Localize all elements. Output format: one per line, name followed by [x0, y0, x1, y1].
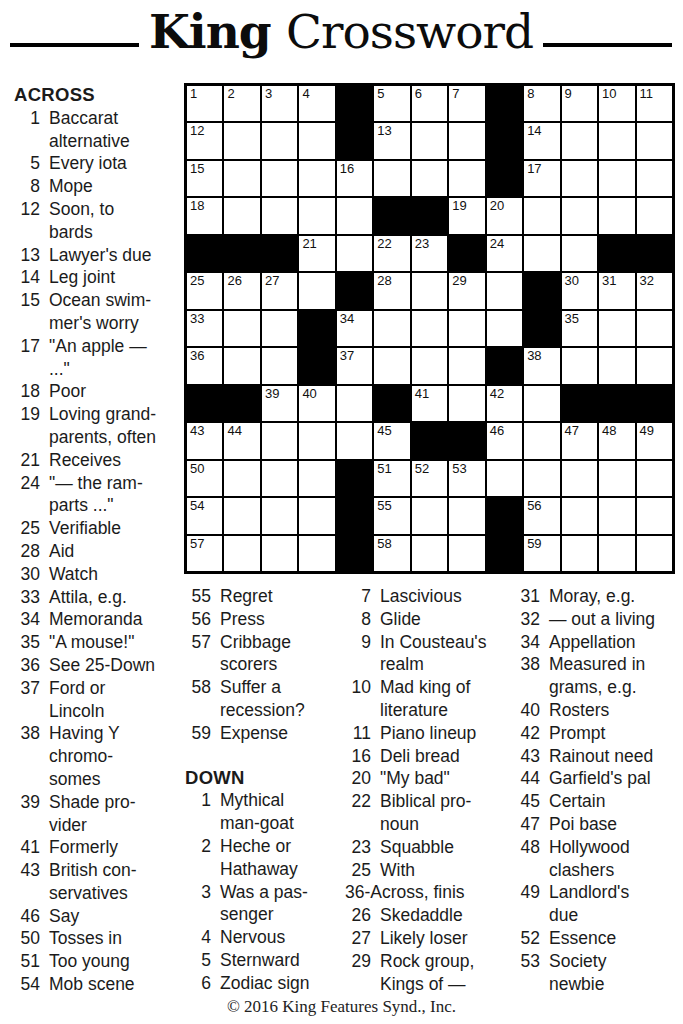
grid-cell[interactable]: [299, 161, 334, 196]
clue-text: "An apple — ...": [49, 335, 147, 381]
grid-cell[interactable]: [637, 311, 672, 346]
clue: 35"A mouse!": [14, 631, 184, 654]
clue-number: 44: [514, 767, 549, 790]
grid-cell[interactable]: [224, 536, 259, 571]
grid-cell[interactable]: [262, 498, 297, 533]
cell-number: 29: [452, 274, 466, 288]
grid-cell-black: [487, 498, 522, 533]
grid-cell[interactable]: [374, 161, 409, 196]
grid-cell[interactable]: [599, 536, 634, 571]
grid-cell[interactable]: 34: [337, 311, 372, 346]
grid-cell[interactable]: 15: [187, 161, 222, 196]
clue: 31Moray, e.g.: [514, 585, 683, 608]
grid-cell[interactable]: 1: [187, 86, 222, 121]
grid-cell[interactable]: 58: [374, 536, 409, 571]
cell-number: 35: [565, 312, 579, 326]
across-clue-list-continued: 55Regret56Press57Cribbage scorers58Suffe…: [185, 585, 343, 745]
clue-text: Poor: [49, 380, 86, 403]
grid-cell[interactable]: [562, 236, 597, 271]
grid-cell[interactable]: [562, 348, 597, 383]
cell-number: 53: [452, 462, 466, 476]
cell-number: 20: [490, 199, 504, 213]
clue-number: 25: [14, 517, 49, 540]
grid-cell-black: [637, 236, 672, 271]
cell-number: 40: [302, 387, 316, 401]
clue-text: Tosses in: [49, 927, 122, 950]
grid-cell[interactable]: [412, 123, 447, 158]
clue-text: Moray, e.g.: [549, 585, 635, 608]
grid-cell[interactable]: 43: [187, 423, 222, 458]
grid-cell[interactable]: [449, 498, 484, 533]
grid-cell[interactable]: [599, 498, 634, 533]
grid-cell-black: [599, 386, 634, 421]
clue-number: 1: [14, 107, 49, 130]
grid-cell[interactable]: 13: [374, 123, 409, 158]
grid-cell[interactable]: 52: [412, 461, 447, 496]
grid-cell[interactable]: 9: [562, 86, 597, 121]
grid-cell[interactable]: [337, 423, 372, 458]
cell-number: 46: [490, 424, 504, 438]
grid-cell[interactable]: 38: [524, 348, 559, 383]
grid-cell[interactable]: 46: [487, 423, 522, 458]
clue-number: 52: [514, 927, 549, 950]
grid-cell-black: [337, 461, 372, 496]
grid-cell[interactable]: 11: [637, 86, 672, 121]
grid-cell[interactable]: [412, 348, 447, 383]
clue-number: 11: [345, 722, 380, 745]
grid-cell[interactable]: 57: [187, 536, 222, 571]
clue-text: Say: [49, 905, 79, 928]
grid-cell[interactable]: [449, 161, 484, 196]
grid-cell[interactable]: 27: [262, 273, 297, 308]
clue: 54Mob scene: [14, 973, 184, 996]
grid-cell[interactable]: 7: [449, 86, 484, 121]
clue: 50Tosses in: [14, 927, 184, 950]
clue: 36See 25-Down: [14, 654, 184, 677]
grid-cell[interactable]: [599, 311, 634, 346]
clue-number: 5: [14, 152, 49, 175]
grid-cell[interactable]: 16: [337, 161, 372, 196]
cell-number: 37: [340, 349, 354, 363]
clue-text: Cribbage scorers: [220, 631, 291, 677]
grid-cell[interactable]: [562, 123, 597, 158]
clue-text: Mope: [49, 175, 93, 198]
clue-number: 5: [185, 949, 220, 972]
grid-cell[interactable]: [262, 198, 297, 233]
grid-cell[interactable]: [524, 198, 559, 233]
grid-cell[interactable]: [262, 348, 297, 383]
clue: 34Memoranda: [14, 608, 184, 631]
grid-cell[interactable]: 53: [449, 461, 484, 496]
grid-cell[interactable]: [637, 498, 672, 533]
cell-number: 27: [265, 274, 279, 288]
clue-number: 42: [514, 722, 549, 745]
grid-cell[interactable]: 21: [299, 236, 334, 271]
grid-cell[interactable]: 47: [562, 423, 597, 458]
clue-number: 38: [14, 722, 49, 745]
cell-number: 45: [377, 424, 391, 438]
clue-number: 16: [345, 745, 380, 768]
clue-text: In Cousteau's realm: [380, 631, 486, 677]
grid-cell[interactable]: 12: [187, 123, 222, 158]
grid-cell[interactable]: [374, 311, 409, 346]
masthead-rule-right: [543, 43, 672, 47]
grid-cell[interactable]: [524, 386, 559, 421]
grid-cell[interactable]: [637, 198, 672, 233]
grid-cell[interactable]: [374, 348, 409, 383]
cell-number: 12: [190, 124, 204, 138]
clue-text: Attila, e.g.: [49, 586, 127, 609]
clue-number: 8: [14, 175, 49, 198]
grid-cell[interactable]: [299, 198, 334, 233]
grid-cell-black: [524, 311, 559, 346]
grid-cell[interactable]: 30: [562, 273, 597, 308]
grid-cell[interactable]: [299, 536, 334, 571]
clue-text: Measured in grams, e.g.: [549, 653, 645, 699]
cell-number: 48: [602, 424, 616, 438]
grid-cell[interactable]: [599, 123, 634, 158]
cell-number: 23: [415, 237, 429, 251]
grid-cell[interactable]: 25: [187, 273, 222, 308]
clue-text: Shade pro- vider: [49, 791, 136, 837]
clue-number: 36: [14, 654, 49, 677]
grid-cell-black: [449, 423, 484, 458]
clue: 55Regret: [185, 585, 343, 608]
grid-cell-black: [187, 236, 222, 271]
clue: 33Attila, e.g.: [14, 586, 184, 609]
grid-cell[interactable]: 49: [637, 423, 672, 458]
grid-cell[interactable]: [487, 273, 522, 308]
grid-cell[interactable]: [562, 536, 597, 571]
grid-cell[interactable]: 23: [412, 236, 447, 271]
grid-cell[interactable]: [562, 461, 597, 496]
clue: 17"An apple — ...": [14, 335, 184, 381]
clue-number: 8: [345, 608, 380, 631]
clue: 22Biblical pro- noun: [345, 790, 513, 836]
clue-continuation: 36-Across, finis: [345, 881, 513, 904]
cell-number: 31: [602, 274, 616, 288]
grid-cell[interactable]: 2: [224, 86, 259, 121]
clue-number: 30: [14, 563, 49, 586]
clue: 24"— the ram- parts ...": [14, 472, 184, 518]
clue: 8Mope: [14, 175, 184, 198]
cell-number: 34: [340, 312, 354, 326]
grid-cell[interactable]: [449, 311, 484, 346]
grid-cell[interactable]: 14: [524, 123, 559, 158]
cell-number: 6: [415, 87, 422, 101]
clue-number: 13: [14, 244, 49, 267]
grid-cell[interactable]: [524, 461, 559, 496]
cell-number: 13: [377, 124, 391, 138]
grid-cell[interactable]: [449, 123, 484, 158]
grid-cell[interactable]: [299, 123, 334, 158]
grid-cell[interactable]: 20: [487, 198, 522, 233]
grid-cell[interactable]: 19: [449, 198, 484, 233]
grid-cell[interactable]: 26: [224, 273, 259, 308]
grid-cell[interactable]: 3: [262, 86, 297, 121]
grid-cell[interactable]: [637, 461, 672, 496]
grid-cell-black: [374, 386, 409, 421]
grid-cell[interactable]: [337, 386, 372, 421]
cell-number: 47: [565, 424, 579, 438]
grid-cell[interactable]: 40: [299, 386, 334, 421]
clue: 19Loving grand- parents, often: [14, 403, 184, 449]
grid-cell[interactable]: 10: [599, 86, 634, 121]
clue: 47Poi base: [514, 813, 683, 836]
clue-number: 56: [185, 608, 220, 631]
clue-number: 34: [514, 631, 549, 654]
grid-cell-black: [337, 86, 372, 121]
grid-cell[interactable]: 54: [187, 498, 222, 533]
across-clue-list: 1Baccarat alternative5Every iota8Mope12S…: [14, 107, 184, 996]
grid-cell[interactable]: 5: [374, 86, 409, 121]
clue-text: Likely loser: [380, 927, 468, 950]
cell-number: 52: [415, 462, 429, 476]
clue-text: Rock group, Kings of —: [380, 950, 474, 996]
grid-cell[interactable]: [562, 498, 597, 533]
masthead: King Crossword: [10, 2, 672, 58]
clue: 49Landlord's due: [514, 881, 683, 927]
clue-number: 28: [14, 540, 49, 563]
grid-cell[interactable]: 44: [224, 423, 259, 458]
grid-cell[interactable]: 51: [374, 461, 409, 496]
clue-number: 35: [14, 631, 49, 654]
grid-cell[interactable]: [224, 461, 259, 496]
grid-cell[interactable]: [637, 348, 672, 383]
clue: 32— out a living: [514, 608, 683, 631]
grid-cell[interactable]: [224, 348, 259, 383]
grid-cell-black: [487, 536, 522, 571]
clue: 29Rock group, Kings of —: [345, 950, 513, 996]
grid-cell[interactable]: 18: [187, 198, 222, 233]
clue-text: Leg joint: [49, 266, 115, 289]
grid-cell[interactable]: 45: [374, 423, 409, 458]
grid-cell-black: [412, 198, 447, 233]
grid-cell[interactable]: 29: [449, 273, 484, 308]
grid-cell[interactable]: [262, 123, 297, 158]
clue-number: 43: [14, 859, 49, 882]
grid-cell[interactable]: [412, 161, 447, 196]
grid-cell[interactable]: [487, 311, 522, 346]
grid-cell[interactable]: [412, 273, 447, 308]
grid-cell[interactable]: [299, 273, 334, 308]
grid-cell[interactable]: [337, 236, 372, 271]
clue-text: Too young: [49, 950, 130, 973]
grid-cell[interactable]: [224, 161, 259, 196]
clue-text: Ocean swim- mer's worry: [49, 289, 151, 335]
grid-cell[interactable]: [562, 161, 597, 196]
clue: 8Glide: [345, 608, 513, 631]
grid-cell[interactable]: [637, 161, 672, 196]
clue: 30Watch: [14, 563, 184, 586]
grid-cell[interactable]: [412, 311, 447, 346]
grid-cell[interactable]: 36: [187, 348, 222, 383]
clue-number: 9: [345, 631, 380, 654]
clue-number: 20: [345, 767, 380, 790]
clue-text: Piano lineup: [380, 722, 476, 745]
grid-cell[interactable]: [449, 536, 484, 571]
clue: 27Likely loser: [345, 927, 513, 950]
grid-cell[interactable]: 55: [374, 498, 409, 533]
cell-number: 58: [377, 537, 391, 551]
grid-cell[interactable]: [262, 536, 297, 571]
clue: 48Hollywood clashers: [514, 836, 683, 882]
grid-cell-black: [637, 386, 672, 421]
clue-number: 10: [345, 676, 380, 699]
clue-text: Regret: [220, 585, 273, 608]
grid-cell[interactable]: 8: [524, 86, 559, 121]
clue: 2Heche or Hathaway: [185, 835, 343, 881]
clue: 56Press: [185, 608, 343, 631]
cell-number: 59: [527, 537, 541, 551]
clue-text: Prompt: [549, 722, 605, 745]
grid-cell[interactable]: [524, 236, 559, 271]
clue-number: 59: [185, 722, 220, 745]
clue: 20"My bad": [345, 767, 513, 790]
clue-text: Society newbie: [549, 950, 606, 996]
cell-number: 38: [527, 349, 541, 363]
grid-cell[interactable]: 33: [187, 311, 222, 346]
grid-cell[interactable]: [224, 198, 259, 233]
clue-text: Essence: [549, 927, 616, 950]
grid-cell[interactable]: [262, 311, 297, 346]
grid-cell[interactable]: [449, 386, 484, 421]
clue-text: Deli bread: [380, 745, 460, 768]
cell-number: 28: [377, 274, 391, 288]
grid-cell[interactable]: 31: [599, 273, 634, 308]
grid-cell[interactable]: [412, 498, 447, 533]
clue: 40Rosters: [514, 699, 683, 722]
grid-cell[interactable]: 28: [374, 273, 409, 308]
clue-number: 18: [14, 380, 49, 403]
clue-number: 1: [185, 789, 220, 812]
grid-cell[interactable]: [637, 123, 672, 158]
clue-number: 25: [345, 859, 380, 882]
clue-text: Watch: [49, 563, 98, 586]
grid-cell[interactable]: 39: [262, 386, 297, 421]
grid-cell[interactable]: 32: [637, 273, 672, 308]
cell-number: 21: [302, 237, 316, 251]
page-title: King Crossword: [149, 6, 533, 58]
grid-cell[interactable]: [262, 423, 297, 458]
grid-cell[interactable]: [262, 161, 297, 196]
grid-cell[interactable]: [637, 536, 672, 571]
clue-text: Aid: [49, 540, 74, 563]
clues-column-2: 55Regret56Press57Cribbage scorers58Suffe…: [185, 585, 343, 995]
grid-cell[interactable]: [412, 536, 447, 571]
grid-cell[interactable]: [599, 161, 634, 196]
crossword-grid: 1234567891011121314151617181920212223242…: [184, 83, 675, 574]
clue-number: 22: [345, 790, 380, 813]
grid-cell[interactable]: [224, 498, 259, 533]
clue: 45Certain: [514, 790, 683, 813]
grid-cell[interactable]: [524, 423, 559, 458]
clue-text: Soon, to bards: [49, 198, 114, 244]
grid-cell[interactable]: 50: [187, 461, 222, 496]
grid-cell[interactable]: 17: [524, 161, 559, 196]
grid-cell[interactable]: 6: [412, 86, 447, 121]
clue: 21Receives: [14, 449, 184, 472]
down-clue-list: 1Mythical man-goat2Heche or Hathaway3Was…: [185, 789, 343, 994]
grid-cell[interactable]: [299, 423, 334, 458]
clue-number: 46: [14, 905, 49, 928]
clue: 43British con- servatives: [14, 859, 184, 905]
grid-cell[interactable]: 42: [487, 386, 522, 421]
grid-cell[interactable]: 41: [412, 386, 447, 421]
clue: 51Too young: [14, 950, 184, 973]
cell-number: 9: [565, 87, 572, 101]
grid-cell[interactable]: [224, 311, 259, 346]
grid-cell[interactable]: [299, 461, 334, 496]
cell-number: 25: [190, 274, 204, 288]
clue: 28Aid: [14, 540, 184, 563]
clue-number: 54: [14, 973, 49, 996]
clue-text: Verifiable: [49, 517, 121, 540]
grid-cell[interactable]: 37: [337, 348, 372, 383]
clue-text: Press: [220, 608, 265, 631]
down-clue-list-continued-2: 31Moray, e.g.32— out a living34Appellati…: [514, 585, 683, 995]
grid-cell[interactable]: [224, 123, 259, 158]
clue: 1Mythical man-goat: [185, 789, 343, 835]
grid-cell[interactable]: 56: [524, 498, 559, 533]
clue: 58Suffer a recession?: [185, 676, 343, 722]
clue-number: 14: [14, 266, 49, 289]
clue-number: 19: [14, 403, 49, 426]
grid-cell[interactable]: [599, 198, 634, 233]
clue-text: Loving grand- parents, often: [49, 403, 156, 449]
clue-text: — out a living: [549, 608, 655, 631]
cell-number: 2: [227, 87, 234, 101]
grid-cell[interactable]: [337, 198, 372, 233]
cell-number: 42: [490, 387, 504, 401]
cell-number: 44: [227, 424, 241, 438]
clue: 1Baccarat alternative: [14, 107, 184, 153]
grid-cell-black: [224, 236, 259, 271]
grid-cell[interactable]: [262, 461, 297, 496]
clue-number: 33: [14, 586, 49, 609]
clue-number: 27: [345, 927, 380, 950]
clue-text: Baccarat alternative: [49, 107, 130, 153]
clue-text: Landlord's due: [549, 881, 629, 927]
grid-cell[interactable]: [299, 498, 334, 533]
cell-number: 17: [527, 162, 541, 176]
clue-text: Mob scene: [49, 973, 135, 996]
grid-cell[interactable]: 22: [374, 236, 409, 271]
grid-cell[interactable]: 48: [599, 423, 634, 458]
clue: 5Every iota: [14, 152, 184, 175]
grid-cell[interactable]: [599, 348, 634, 383]
grid-cell[interactable]: 35: [562, 311, 597, 346]
clue-text: Nervous: [220, 926, 285, 949]
grid-cell[interactable]: [599, 461, 634, 496]
clue-text: With: [380, 859, 415, 882]
grid-cell[interactable]: [562, 198, 597, 233]
clue-text: Sternward: [220, 949, 300, 972]
clue: 13Lawyer's due: [14, 244, 184, 267]
grid-cell[interactable]: [449, 348, 484, 383]
grid-cell[interactable]: 59: [524, 536, 559, 571]
clue-text: Expense: [220, 722, 288, 745]
grid-cell[interactable]: [487, 461, 522, 496]
grid-cell[interactable]: 4: [299, 86, 334, 121]
clue: 18Poor: [14, 380, 184, 403]
grid-cell[interactable]: 24: [487, 236, 522, 271]
grid-cell-black: [262, 236, 297, 271]
clue-text: Lawyer's due: [49, 244, 152, 267]
grid-cell-black: [374, 198, 409, 233]
grid-cell-black: [487, 86, 522, 121]
clue-text: Heche or Hathaway: [220, 835, 298, 881]
